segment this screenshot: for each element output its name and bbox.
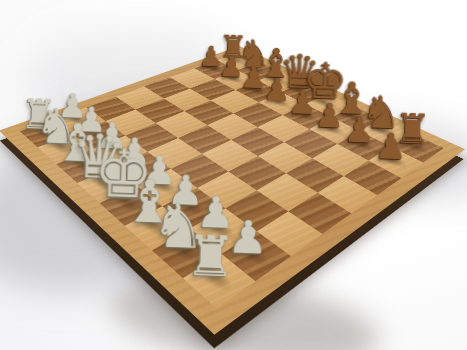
piece-black-pawn-h7: ♟ [367,121,415,166]
piece-white-rook-h1: ♜ [178,219,242,287]
chess-board: ♜♞♝♛♚♝♞♜♟♟♟♟♟♟♟♟♟♟♟♟♟♟♟♟♜♞♝♛♚♝♞♜ [0,46,465,335]
perspective-stage: ♜♞♝♛♚♝♞♜♟♟♟♟♟♟♟♟♟♟♟♟♟♟♟♟♜♞♝♛♚♝♞♜ [0,0,467,350]
chess-scene: ♜♞♝♛♚♝♞♜♟♟♟♟♟♟♟♟♟♟♟♟♟♟♟♟♜♞♝♛♚♝♞♜ [0,0,467,350]
camera-tilt: ♜♞♝♛♚♝♞♜♟♟♟♟♟♟♟♟♟♟♟♟♟♟♟♟♜♞♝♛♚♝♞♜ [0,0,467,350]
board-surface: ♜♞♝♛♚♝♞♜♟♟♟♟♟♟♟♟♟♟♟♟♟♟♟♟♜♞♝♛♚♝♞♜ [0,46,465,335]
